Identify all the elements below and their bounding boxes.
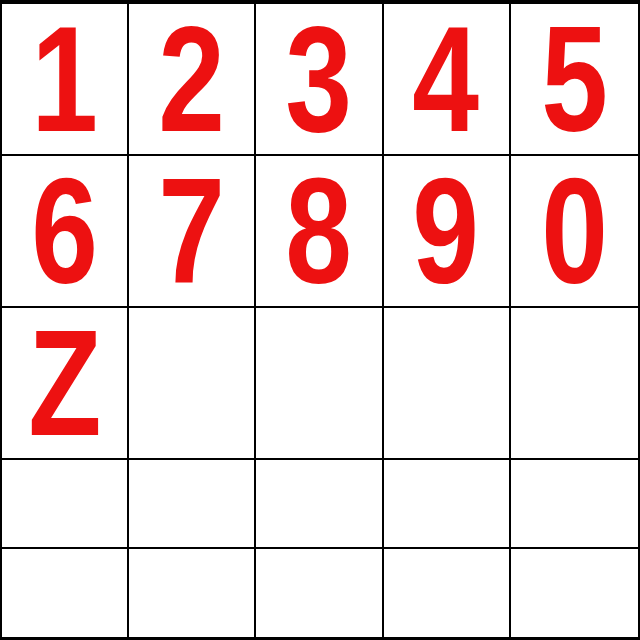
cell-r5c2 — [129, 549, 256, 638]
cell-r3c5 — [511, 308, 638, 460]
glyph-8: 8 — [286, 156, 353, 306]
cell-r1c4: 4 — [384, 4, 511, 156]
cell-r1c1: 1 — [2, 4, 129, 156]
glyph-9: 9 — [413, 156, 480, 306]
cell-r5c4 — [384, 549, 511, 638]
number-grid-board: 1234567890Z — [0, 0, 640, 640]
cell-r1c5: 5 — [511, 4, 638, 156]
cell-r4c2 — [129, 460, 256, 549]
glyph-5: 5 — [541, 4, 608, 154]
cell-r5c1 — [2, 549, 129, 638]
glyph-2: 2 — [158, 4, 225, 154]
glyph-0: 0 — [541, 156, 608, 306]
cell-r5c3 — [256, 549, 383, 638]
cell-r3c4 — [384, 308, 511, 460]
cell-r4c1 — [2, 460, 129, 549]
glyph-7: 7 — [158, 156, 225, 306]
glyph-1: 1 — [31, 4, 98, 154]
cell-r2c1: 6 — [2, 156, 129, 308]
cell-r2c2: 7 — [129, 156, 256, 308]
cell-r4c5 — [511, 460, 638, 549]
glyph-6: 6 — [31, 156, 98, 306]
cell-r5c5 — [511, 549, 638, 638]
glyph-3: 3 — [286, 4, 353, 154]
cell-r3c2 — [129, 308, 256, 460]
cell-r3c3 — [256, 308, 383, 460]
cell-r2c5: 0 — [511, 156, 638, 308]
cell-r1c2: 2 — [129, 4, 256, 156]
cell-r2c3: 8 — [256, 156, 383, 308]
glyph-4: 4 — [413, 4, 480, 154]
number-chart-page: 1234567890Z — [0, 0, 640, 640]
cell-r1c3: 3 — [256, 4, 383, 156]
cell-r4c4 — [384, 460, 511, 549]
cell-r3c1: Z — [2, 308, 129, 460]
cell-r2c4: 9 — [384, 156, 511, 308]
cell-r4c3 — [256, 460, 383, 549]
glyph-Z: Z — [28, 308, 101, 458]
